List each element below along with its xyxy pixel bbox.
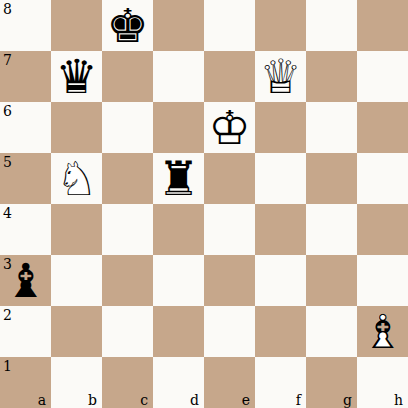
- piece-outline: ♘: [55, 155, 97, 202]
- square-g4[interactable]: [306, 204, 357, 255]
- piece-outline: ♗: [361, 308, 403, 355]
- square-d1[interactable]: [153, 357, 204, 408]
- square-h5[interactable]: [357, 153, 408, 204]
- square-d3[interactable]: [153, 255, 204, 306]
- square-d7[interactable]: [153, 51, 204, 102]
- square-g1[interactable]: [306, 357, 357, 408]
- piece-white-king[interactable]: ♚♔: [204, 102, 255, 153]
- square-b2[interactable]: [51, 306, 102, 357]
- square-a7[interactable]: [0, 51, 51, 102]
- piece-glyph: ♛: [55, 53, 97, 100]
- square-f3[interactable]: [255, 255, 306, 306]
- square-c4[interactable]: [102, 204, 153, 255]
- square-f2[interactable]: [255, 306, 306, 357]
- square-g3[interactable]: [306, 255, 357, 306]
- square-e8[interactable]: [204, 0, 255, 51]
- piece-glyph: ♚: [106, 2, 148, 49]
- square-a5[interactable]: [0, 153, 51, 204]
- square-d4[interactable]: [153, 204, 204, 255]
- square-e2[interactable]: [204, 306, 255, 357]
- square-f8[interactable]: [255, 0, 306, 51]
- square-c1[interactable]: [102, 357, 153, 408]
- square-c3[interactable]: [102, 255, 153, 306]
- square-e5[interactable]: [204, 153, 255, 204]
- square-f1[interactable]: [255, 357, 306, 408]
- square-h6[interactable]: [357, 102, 408, 153]
- square-e7[interactable]: [204, 51, 255, 102]
- square-a3[interactable]: ♝: [0, 255, 51, 306]
- piece-black-queen[interactable]: ♛: [51, 51, 102, 102]
- square-a4[interactable]: [0, 204, 51, 255]
- piece-white-knight[interactable]: ♞♘: [51, 153, 102, 204]
- board-grid: ♚♛♛♕♚♔♞♘♜♝♝♗: [0, 0, 408, 408]
- piece-glyph: ♜: [157, 155, 199, 202]
- piece-black-bishop[interactable]: ♝: [0, 255, 51, 306]
- square-e3[interactable]: [204, 255, 255, 306]
- square-a2[interactable]: [0, 306, 51, 357]
- square-b8[interactable]: [51, 0, 102, 51]
- square-h4[interactable]: [357, 204, 408, 255]
- chessboard: ♚♛♛♕♚♔♞♘♜♝♝♗ 87654321abcdefgh: [0, 0, 408, 408]
- square-d2[interactable]: [153, 306, 204, 357]
- piece-white-bishop[interactable]: ♝♗: [357, 306, 408, 357]
- square-e1[interactable]: [204, 357, 255, 408]
- piece-glyph: ♝: [4, 257, 46, 304]
- square-h2[interactable]: ♝♗: [357, 306, 408, 357]
- square-c7[interactable]: [102, 51, 153, 102]
- piece-outline: ♕: [259, 53, 301, 100]
- square-f4[interactable]: [255, 204, 306, 255]
- square-a8[interactable]: [0, 0, 51, 51]
- square-c6[interactable]: [102, 102, 153, 153]
- square-b1[interactable]: [51, 357, 102, 408]
- square-d5[interactable]: ♜: [153, 153, 204, 204]
- square-g7[interactable]: [306, 51, 357, 102]
- square-g8[interactable]: [306, 0, 357, 51]
- square-h3[interactable]: [357, 255, 408, 306]
- piece-outline: ♔: [208, 104, 250, 151]
- square-d8[interactable]: [153, 0, 204, 51]
- square-f5[interactable]: [255, 153, 306, 204]
- square-a6[interactable]: [0, 102, 51, 153]
- square-g6[interactable]: [306, 102, 357, 153]
- square-g2[interactable]: [306, 306, 357, 357]
- square-e4[interactable]: [204, 204, 255, 255]
- square-b4[interactable]: [51, 204, 102, 255]
- square-d6[interactable]: [153, 102, 204, 153]
- square-a1[interactable]: [0, 357, 51, 408]
- piece-black-king[interactable]: ♚: [102, 0, 153, 51]
- square-b6[interactable]: [51, 102, 102, 153]
- square-c2[interactable]: [102, 306, 153, 357]
- square-c8[interactable]: ♚: [102, 0, 153, 51]
- square-f6[interactable]: [255, 102, 306, 153]
- square-h7[interactable]: [357, 51, 408, 102]
- square-b3[interactable]: [51, 255, 102, 306]
- piece-black-rook[interactable]: ♜: [153, 153, 204, 204]
- piece-white-queen[interactable]: ♛♕: [255, 51, 306, 102]
- square-b5[interactable]: ♞♘: [51, 153, 102, 204]
- square-h1[interactable]: [357, 357, 408, 408]
- square-b7[interactable]: ♛: [51, 51, 102, 102]
- square-e6[interactable]: ♚♔: [204, 102, 255, 153]
- square-f7[interactable]: ♛♕: [255, 51, 306, 102]
- square-g5[interactable]: [306, 153, 357, 204]
- square-c5[interactable]: [102, 153, 153, 204]
- square-h8[interactable]: [357, 0, 408, 51]
